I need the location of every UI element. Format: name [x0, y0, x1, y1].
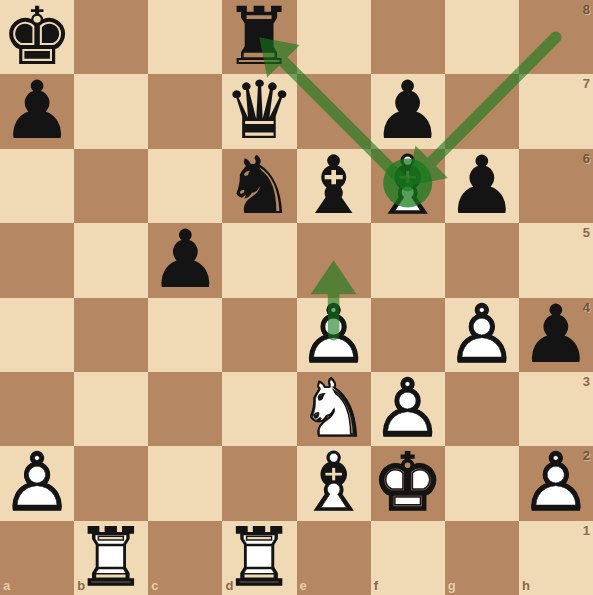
piece-glyph: ♔ — [371, 446, 445, 520]
piece-white-pawn-a2[interactable]: ♟♙ — [0, 446, 74, 520]
piece-white-rook-d1[interactable]: ♜♖ — [222, 521, 296, 595]
piece-black-king-a8[interactable]: ♚ — [0, 0, 74, 74]
piece-layer: ♚♜♟♛♟♞♝♝♗♟♟♟♙♟♙♟♞♘♟♙♟♙♝♗♚♔♟♙♜♖♜♖ — [0, 0, 593, 595]
piece-glyph: ♟ — [371, 74, 445, 148]
piece-black-pawn-h4[interactable]: ♟ — [519, 298, 593, 372]
piece-glyph: ♙ — [297, 298, 371, 372]
piece-white-bishop-e2[interactable]: ♝♗ — [297, 446, 371, 520]
piece-black-pawn-c5[interactable]: ♟ — [148, 223, 222, 297]
piece-glyph: ♙ — [445, 298, 519, 372]
piece-glyph: ♖ — [222, 521, 296, 595]
piece-black-queen-d7[interactable]: ♛ — [222, 74, 296, 148]
piece-black-pawn-a7[interactable]: ♟ — [0, 74, 74, 148]
piece-glyph: ♟ — [445, 149, 519, 223]
piece-glyph: ♙ — [0, 446, 74, 520]
piece-glyph: ♚ — [0, 0, 74, 74]
piece-white-bishop-f6[interactable]: ♝♗ — [371, 149, 445, 223]
piece-glyph: ♘ — [297, 372, 371, 446]
piece-glyph: ♜ — [222, 0, 296, 74]
piece-white-pawn-f3[interactable]: ♟♙ — [371, 372, 445, 446]
piece-white-pawn-g4[interactable]: ♟♙ — [445, 298, 519, 372]
piece-black-pawn-f7[interactable]: ♟ — [371, 74, 445, 148]
piece-glyph: ♝ — [297, 149, 371, 223]
piece-glyph: ♟ — [519, 298, 593, 372]
piece-glyph: ♛ — [222, 74, 296, 148]
piece-glyph: ♙ — [371, 372, 445, 446]
piece-glyph: ♖ — [74, 521, 148, 595]
piece-glyph: ♟ — [148, 223, 222, 297]
piece-glyph: ♗ — [297, 446, 371, 520]
piece-glyph: ♟ — [0, 74, 74, 148]
piece-white-king-f2[interactable]: ♚♔ — [371, 446, 445, 520]
piece-white-rook-b1[interactable]: ♜♖ — [74, 521, 148, 595]
piece-black-bishop-e6[interactable]: ♝ — [297, 149, 371, 223]
piece-black-rook-d8[interactable]: ♜ — [222, 0, 296, 74]
piece-glyph: ♞ — [222, 149, 296, 223]
piece-glyph: ♗ — [371, 149, 445, 223]
piece-glyph: ♙ — [519, 446, 593, 520]
chess-board: 8765432abcdefg1h ♚♜♟♛♟♞♝♝♗♟♟♟♙♟♙♟♞♘♟♙♟♙♝… — [0, 0, 593, 595]
piece-black-pawn-g6[interactable]: ♟ — [445, 149, 519, 223]
piece-black-knight-d6[interactable]: ♞ — [222, 149, 296, 223]
piece-white-pawn-e4[interactable]: ♟♙ — [297, 298, 371, 372]
piece-white-knight-e3[interactable]: ♞♘ — [297, 372, 371, 446]
piece-white-pawn-h2[interactable]: ♟♙ — [519, 446, 593, 520]
